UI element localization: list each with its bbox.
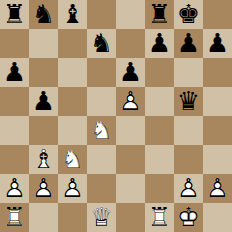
square-c4[interactable] xyxy=(58,116,87,145)
square-h5[interactable] xyxy=(203,87,232,116)
square-g2[interactable]: ♟♙ xyxy=(174,174,203,203)
square-g8[interactable]: ♚ xyxy=(174,0,203,29)
white-pawn: ♙ xyxy=(203,174,232,203)
black-bishop: ♝ xyxy=(58,0,87,29)
black-pawn: ♟ xyxy=(145,29,174,58)
square-a8[interactable]: ♜ xyxy=(0,0,29,29)
square-e2[interactable] xyxy=(116,174,145,203)
square-e4[interactable] xyxy=(116,116,145,145)
black-pawn: ♟ xyxy=(0,58,29,87)
white-pawn-base: ♟ xyxy=(58,174,87,203)
black-pawn: ♟ xyxy=(203,29,232,58)
square-c3[interactable]: ♞♘ xyxy=(58,145,87,174)
square-a5[interactable] xyxy=(0,87,29,116)
white-rook: ♖ xyxy=(0,203,29,232)
square-d5[interactable] xyxy=(87,87,116,116)
black-knight: ♞ xyxy=(87,29,116,58)
square-h7[interactable]: ♟ xyxy=(203,29,232,58)
square-g6[interactable] xyxy=(174,58,203,87)
square-h3[interactable] xyxy=(203,145,232,174)
square-a6[interactable]: ♟ xyxy=(0,58,29,87)
square-b4[interactable] xyxy=(29,116,58,145)
white-bishop: ♗ xyxy=(29,145,58,174)
square-d6[interactable] xyxy=(87,58,116,87)
square-b1[interactable] xyxy=(29,203,58,232)
square-c1[interactable] xyxy=(58,203,87,232)
square-f6[interactable] xyxy=(145,58,174,87)
white-pawn-base: ♟ xyxy=(174,174,203,203)
square-f5[interactable] xyxy=(145,87,174,116)
white-knight: ♘ xyxy=(58,145,87,174)
square-f3[interactable] xyxy=(145,145,174,174)
square-c5[interactable] xyxy=(58,87,87,116)
square-g4[interactable] xyxy=(174,116,203,145)
square-b6[interactable] xyxy=(29,58,58,87)
square-a4[interactable] xyxy=(0,116,29,145)
square-d8[interactable] xyxy=(87,0,116,29)
square-h2[interactable]: ♟♙ xyxy=(203,174,232,203)
square-g7[interactable]: ♟ xyxy=(174,29,203,58)
black-pawn: ♟ xyxy=(174,29,203,58)
square-g3[interactable] xyxy=(174,145,203,174)
white-pawn-base: ♟ xyxy=(116,87,145,116)
square-d4[interactable]: ♞♘ xyxy=(87,116,116,145)
white-pawn: ♙ xyxy=(174,174,203,203)
black-knight: ♞ xyxy=(29,0,58,29)
black-rook: ♜ xyxy=(145,0,174,29)
black-queen: ♛ xyxy=(174,87,203,116)
white-pawn-base: ♟ xyxy=(0,174,29,203)
square-c8[interactable]: ♝ xyxy=(58,0,87,29)
white-pawn: ♙ xyxy=(58,174,87,203)
square-c7[interactable] xyxy=(58,29,87,58)
square-a3[interactable] xyxy=(0,145,29,174)
white-pawn-base: ♟ xyxy=(29,174,58,203)
square-h4[interactable] xyxy=(203,116,232,145)
white-pawn: ♙ xyxy=(0,174,29,203)
white-king: ♔ xyxy=(174,203,203,232)
square-e6[interactable]: ♟ xyxy=(116,58,145,87)
white-knight-base: ♞ xyxy=(87,116,116,145)
square-f7[interactable]: ♟ xyxy=(145,29,174,58)
black-rook: ♜ xyxy=(0,0,29,29)
square-e8[interactable] xyxy=(116,0,145,29)
white-pawn: ♙ xyxy=(116,87,145,116)
square-h8[interactable] xyxy=(203,0,232,29)
white-rook: ♖ xyxy=(145,203,174,232)
white-knight-base: ♞ xyxy=(58,145,87,174)
square-f4[interactable] xyxy=(145,116,174,145)
black-king: ♚ xyxy=(174,0,203,29)
white-bishop-base: ♝ xyxy=(29,145,58,174)
chess-board: ♜♞♝♜♚♞♟♟♟♟♟♟♟♙♛♞♘♝♗♞♘♟♙♟♙♟♙♟♙♟♙♜♖♛♕♜♖♚♔ xyxy=(0,0,232,232)
white-knight: ♘ xyxy=(87,116,116,145)
square-g5[interactable]: ♛ xyxy=(174,87,203,116)
square-d7[interactable]: ♞ xyxy=(87,29,116,58)
square-h1[interactable] xyxy=(203,203,232,232)
square-e1[interactable] xyxy=(116,203,145,232)
white-queen-base: ♛ xyxy=(87,203,116,232)
square-b8[interactable]: ♞ xyxy=(29,0,58,29)
square-e7[interactable] xyxy=(116,29,145,58)
square-b5[interactable]: ♟ xyxy=(29,87,58,116)
black-pawn: ♟ xyxy=(116,58,145,87)
white-pawn-base: ♟ xyxy=(203,174,232,203)
square-b2[interactable]: ♟♙ xyxy=(29,174,58,203)
square-d1[interactable]: ♛♕ xyxy=(87,203,116,232)
square-c6[interactable] xyxy=(58,58,87,87)
square-f2[interactable] xyxy=(145,174,174,203)
square-b3[interactable]: ♝♗ xyxy=(29,145,58,174)
square-c2[interactable]: ♟♙ xyxy=(58,174,87,203)
white-rook-base: ♜ xyxy=(0,203,29,232)
square-a2[interactable]: ♟♙ xyxy=(0,174,29,203)
square-f8[interactable]: ♜ xyxy=(145,0,174,29)
white-pawn: ♙ xyxy=(29,174,58,203)
white-queen: ♕ xyxy=(87,203,116,232)
square-b7[interactable] xyxy=(29,29,58,58)
square-d3[interactable] xyxy=(87,145,116,174)
square-e5[interactable]: ♟♙ xyxy=(116,87,145,116)
square-h6[interactable] xyxy=(203,58,232,87)
square-f1[interactable]: ♜♖ xyxy=(145,203,174,232)
square-e3[interactable] xyxy=(116,145,145,174)
square-d2[interactable] xyxy=(87,174,116,203)
square-a1[interactable]: ♜♖ xyxy=(0,203,29,232)
white-king-base: ♚ xyxy=(174,203,203,232)
square-g1[interactable]: ♚♔ xyxy=(174,203,203,232)
black-pawn: ♟ xyxy=(29,87,58,116)
square-a7[interactable] xyxy=(0,29,29,58)
white-rook-base: ♜ xyxy=(145,203,174,232)
